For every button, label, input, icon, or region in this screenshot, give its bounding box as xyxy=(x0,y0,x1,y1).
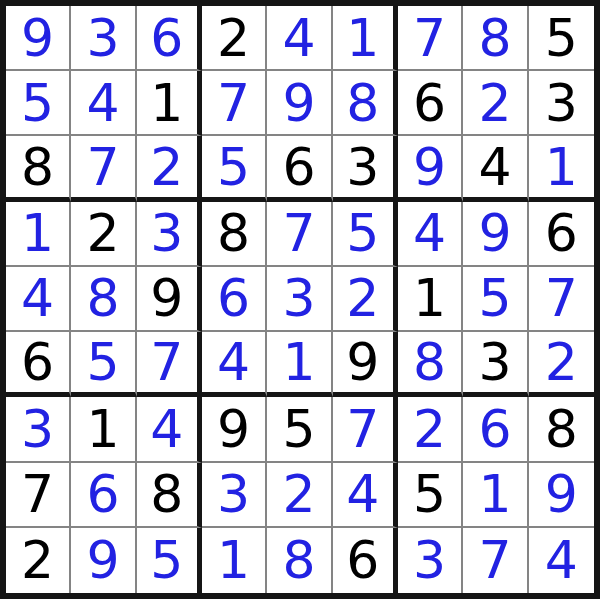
cell-r7c1[interactable]: 3 xyxy=(6,397,71,462)
cell-r9c5[interactable]: 8 xyxy=(267,528,332,593)
cell-r9c3[interactable]: 5 xyxy=(137,528,202,593)
cell-r1c1[interactable]: 9 xyxy=(6,6,71,71)
cell-r7c6[interactable]: 7 xyxy=(333,397,398,462)
cell-r1c6[interactable]: 1 xyxy=(333,6,398,71)
cell-r8c2[interactable]: 6 xyxy=(71,463,136,528)
cell-r7c3[interactable]: 4 xyxy=(137,397,202,462)
cell-r3c7[interactable]: 9 xyxy=(398,136,463,201)
cell-r4c6[interactable]: 5 xyxy=(333,202,398,267)
cell-r4c9[interactable]: 6 xyxy=(529,202,594,267)
cell-r2c4[interactable]: 7 xyxy=(202,71,267,136)
cell-r2c2[interactable]: 4 xyxy=(71,71,136,136)
cell-r7c4[interactable]: 9 xyxy=(202,397,267,462)
cell-r3c9[interactable]: 1 xyxy=(529,136,594,201)
cell-r6c5[interactable]: 1 xyxy=(267,332,332,397)
cell-r5c5[interactable]: 3 xyxy=(267,267,332,332)
cell-r5c4[interactable]: 6 xyxy=(202,267,267,332)
cell-r4c1[interactable]: 1 xyxy=(6,202,71,267)
cell-r1c4[interactable]: 2 xyxy=(202,6,267,71)
cell-r3c1[interactable]: 8 xyxy=(6,136,71,201)
cell-r6c1[interactable]: 6 xyxy=(6,332,71,397)
cell-r6c8[interactable]: 3 xyxy=(463,332,528,397)
cell-r9c9[interactable]: 4 xyxy=(529,528,594,593)
sudoku-board: 9362417855417986238725639411238754964896… xyxy=(0,0,600,599)
cell-r6c6[interactable]: 9 xyxy=(333,332,398,397)
cell-r3c4[interactable]: 5 xyxy=(202,136,267,201)
cell-r4c5[interactable]: 7 xyxy=(267,202,332,267)
cell-r6c2[interactable]: 5 xyxy=(71,332,136,397)
cell-r7c8[interactable]: 6 xyxy=(463,397,528,462)
cell-r7c5[interactable]: 5 xyxy=(267,397,332,462)
cell-r3c6[interactable]: 3 xyxy=(333,136,398,201)
cell-r4c4[interactable]: 8 xyxy=(202,202,267,267)
cell-r2c7[interactable]: 6 xyxy=(398,71,463,136)
cell-r1c7[interactable]: 7 xyxy=(398,6,463,71)
cell-r4c3[interactable]: 3 xyxy=(137,202,202,267)
cell-r1c9[interactable]: 5 xyxy=(529,6,594,71)
cell-r6c9[interactable]: 2 xyxy=(529,332,594,397)
cell-r2c8[interactable]: 2 xyxy=(463,71,528,136)
cell-r5c2[interactable]: 8 xyxy=(71,267,136,332)
cell-r9c4[interactable]: 1 xyxy=(202,528,267,593)
cell-r8c8[interactable]: 1 xyxy=(463,463,528,528)
cell-r3c2[interactable]: 7 xyxy=(71,136,136,201)
cell-r8c5[interactable]: 2 xyxy=(267,463,332,528)
cell-r8c6[interactable]: 4 xyxy=(333,463,398,528)
cell-r2c3[interactable]: 1 xyxy=(137,71,202,136)
cell-r5c9[interactable]: 7 xyxy=(529,267,594,332)
cell-r1c8[interactable]: 8 xyxy=(463,6,528,71)
cell-r2c9[interactable]: 3 xyxy=(529,71,594,136)
cell-r1c3[interactable]: 6 xyxy=(137,6,202,71)
cell-r5c8[interactable]: 5 xyxy=(463,267,528,332)
cell-r5c3[interactable]: 9 xyxy=(137,267,202,332)
cell-r7c2[interactable]: 1 xyxy=(71,397,136,462)
cell-r6c7[interactable]: 8 xyxy=(398,332,463,397)
cell-r5c6[interactable]: 2 xyxy=(333,267,398,332)
cell-r5c1[interactable]: 4 xyxy=(6,267,71,332)
cell-r9c2[interactable]: 9 xyxy=(71,528,136,593)
cell-r2c6[interactable]: 8 xyxy=(333,71,398,136)
cell-r2c5[interactable]: 9 xyxy=(267,71,332,136)
cell-r8c4[interactable]: 3 xyxy=(202,463,267,528)
cell-r8c7[interactable]: 5 xyxy=(398,463,463,528)
cell-r3c8[interactable]: 4 xyxy=(463,136,528,201)
cell-r3c3[interactable]: 2 xyxy=(137,136,202,201)
cell-r8c3[interactable]: 8 xyxy=(137,463,202,528)
cell-r7c7[interactable]: 2 xyxy=(398,397,463,462)
cell-r1c5[interactable]: 4 xyxy=(267,6,332,71)
cell-r4c8[interactable]: 9 xyxy=(463,202,528,267)
cell-r9c1[interactable]: 2 xyxy=(6,528,71,593)
cell-r9c6[interactable]: 6 xyxy=(333,528,398,593)
cell-r8c1[interactable]: 7 xyxy=(6,463,71,528)
cell-r7c9[interactable]: 8 xyxy=(529,397,594,462)
cell-r4c2[interactable]: 2 xyxy=(71,202,136,267)
cell-r1c2[interactable]: 3 xyxy=(71,6,136,71)
cell-r8c9[interactable]: 9 xyxy=(529,463,594,528)
cell-r4c7[interactable]: 4 xyxy=(398,202,463,267)
cell-r2c1[interactable]: 5 xyxy=(6,71,71,136)
cell-r3c5[interactable]: 6 xyxy=(267,136,332,201)
cell-r9c7[interactable]: 3 xyxy=(398,528,463,593)
cell-r9c8[interactable]: 7 xyxy=(463,528,528,593)
cell-r6c3[interactable]: 7 xyxy=(137,332,202,397)
cell-r5c7[interactable]: 1 xyxy=(398,267,463,332)
cell-r6c4[interactable]: 4 xyxy=(202,332,267,397)
